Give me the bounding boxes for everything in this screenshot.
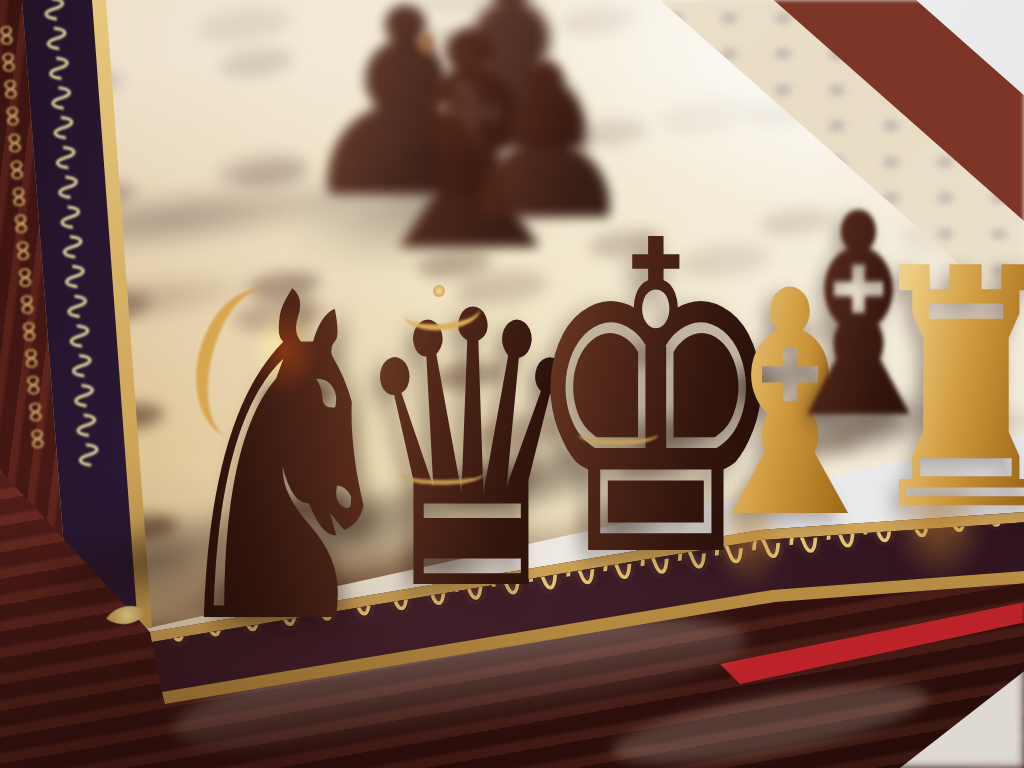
queen-gold-ring <box>400 462 484 485</box>
background-bishop-brown-tip <box>416 30 436 56</box>
gold-rook-piece: ♜ <box>859 226 1024 556</box>
king-gold-ring <box>578 424 658 445</box>
queen-gold-finial <box>433 285 445 297</box>
chess-photo-scene: ∞∞∞∞∞∞∞∞∞∞∞∞∞∞∞∞ ∿∿∿∿∿∿∿∿∿∿∿∿∿∿∿∿ ∿∿∿∿∿∿… <box>0 0 1024 768</box>
knight-gilt-face-accent <box>250 306 318 396</box>
